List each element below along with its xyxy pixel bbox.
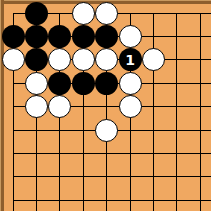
grid-line-horizontal-7 <box>13 153 211 154</box>
black-stone-E18 <box>95 25 118 48</box>
black-stone-D18 <box>72 25 95 48</box>
white-stone-B15 <box>25 95 48 118</box>
black-stone-C18 <box>48 25 71 48</box>
grid-line-horizontal-9 <box>13 200 211 201</box>
white-stone-G17 <box>142 48 165 71</box>
white-stone-C15 <box>48 95 71 118</box>
white-stone-B16 <box>25 72 48 95</box>
white-stone-E14 <box>95 119 118 142</box>
black-stone-C16 <box>48 72 71 95</box>
white-stone-E19 <box>95 2 118 25</box>
white-stone-D19 <box>72 2 95 25</box>
white-stone-D17 <box>72 48 95 71</box>
white-stone-F18 <box>119 25 142 48</box>
white-stone-F15 <box>119 95 142 118</box>
grid-line-vertical-8 <box>176 13 177 211</box>
black-stone-B18 <box>25 25 48 48</box>
black-stone-A18 <box>2 25 25 48</box>
move-number-label: 1 <box>125 53 135 67</box>
white-stone-A17 <box>2 48 25 71</box>
black-stone-B17 <box>25 48 48 71</box>
grid-line-horizontal-8 <box>13 176 211 177</box>
white-stone-F16 <box>119 72 142 95</box>
black-stone-F17: 1 <box>119 48 142 71</box>
black-stone-D16 <box>72 72 95 95</box>
go-board: 1 <box>0 0 211 211</box>
white-stone-C17 <box>48 48 71 71</box>
grid-line-vertical-7 <box>153 13 154 211</box>
black-stone-B19 <box>25 2 48 25</box>
white-stone-E17 <box>95 48 118 71</box>
grid-line-vertical-9 <box>200 13 201 211</box>
black-stone-E16 <box>95 72 118 95</box>
